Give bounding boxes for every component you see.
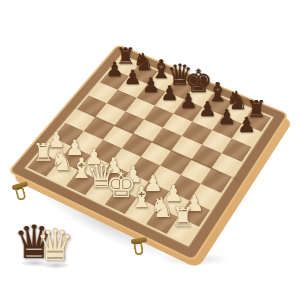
clasp-loop [133, 242, 144, 256]
clasp-loop [15, 186, 27, 201]
brass-clasp-front [132, 237, 149, 259]
extra-queen-light: ♛ [33, 224, 77, 267]
product-photo-scene: ♜♞♝♛♚♝♞♜♟♟♟♟♟♟♟♟♟♟♟♟♟♟♟♟♜♞♝♛♚♝♞♜ ♛ ♛ [0, 0, 300, 300]
